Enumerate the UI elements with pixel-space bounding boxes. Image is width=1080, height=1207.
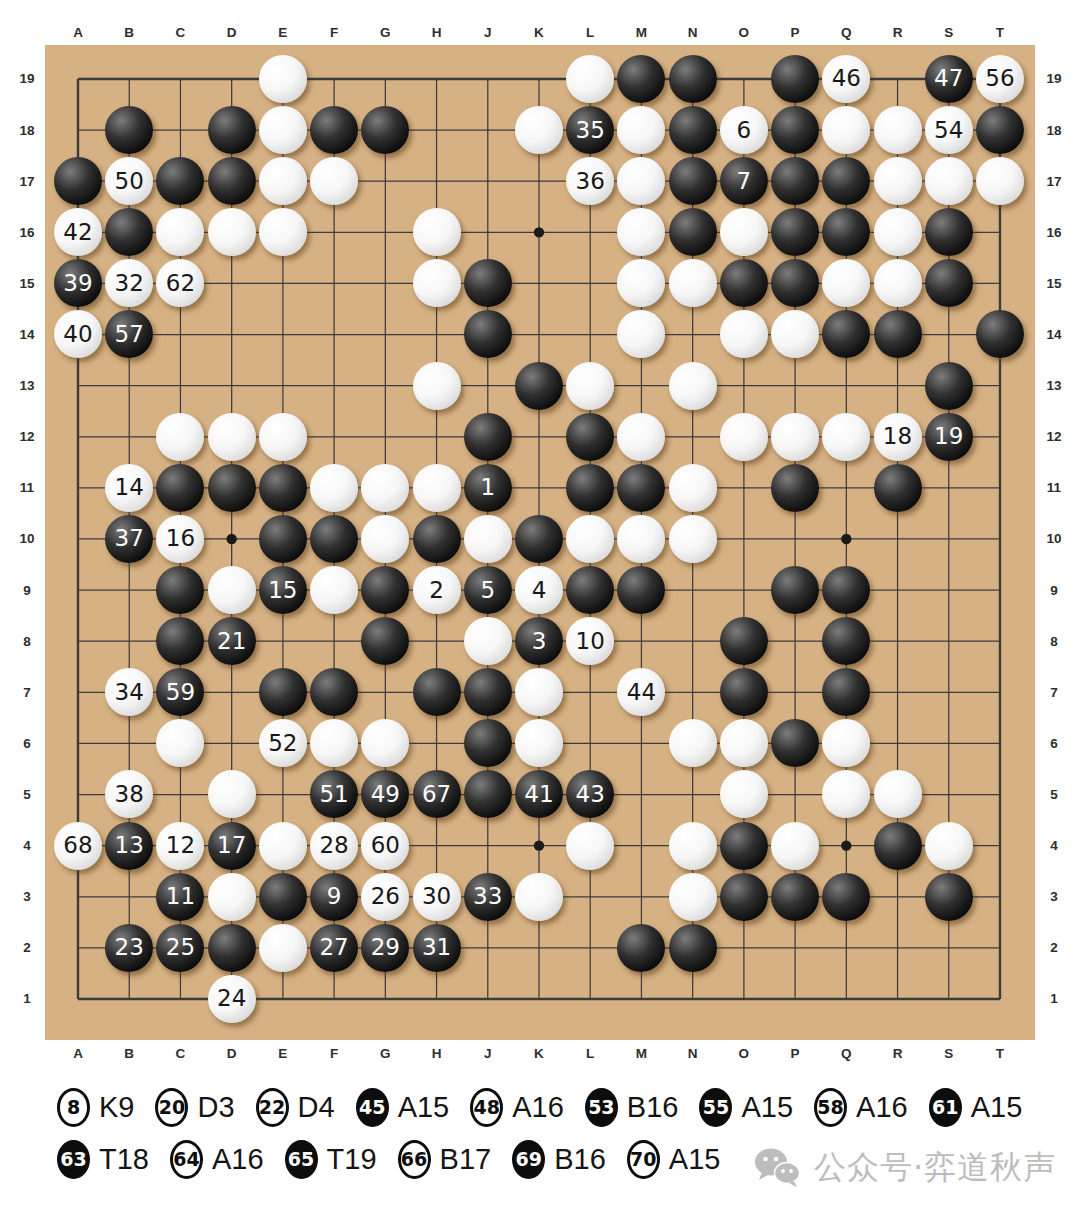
white-stone-Q18 xyxy=(822,106,870,154)
grid-cell-N3 xyxy=(667,871,718,922)
row-label: 5 xyxy=(13,769,41,820)
grid-cell-G4: 60 xyxy=(360,820,411,871)
column-label: P xyxy=(769,1043,820,1063)
white-stone-J8 xyxy=(464,617,512,665)
black-stone-P19 xyxy=(771,55,819,103)
column-label: O xyxy=(718,22,769,42)
column-label: A xyxy=(52,22,103,42)
column-label: K xyxy=(513,22,564,42)
white-stone-A16: 42 xyxy=(54,208,102,256)
caption-move-entry: 69B16 xyxy=(512,1140,606,1179)
grid-cell-H18 xyxy=(411,105,462,156)
move-number: 10 xyxy=(576,630,605,653)
black-stone-P18 xyxy=(771,106,819,154)
white-stone-K9: 4 xyxy=(515,566,563,614)
grid-cell-P10 xyxy=(769,513,820,564)
grid-cell-D8: 21 xyxy=(206,616,257,667)
caption-move-entry: 63T18 xyxy=(57,1140,149,1179)
black-stone-D11 xyxy=(208,464,256,512)
white-stone-N15 xyxy=(669,259,717,307)
grid-cell-M6 xyxy=(616,718,667,769)
black-stone-M11 xyxy=(617,464,665,512)
row-label: 4 xyxy=(1040,820,1068,871)
black-stone-L11 xyxy=(566,464,614,512)
white-stone-M14 xyxy=(617,310,665,358)
grid-cell-B18 xyxy=(104,105,155,156)
white-stone-O12 xyxy=(720,413,768,461)
row-label: 8 xyxy=(13,616,41,667)
white-stone-H11 xyxy=(413,464,461,512)
move-number: 34 xyxy=(115,681,144,704)
grid-cell-E16 xyxy=(257,207,308,258)
move-number: 28 xyxy=(319,834,348,857)
grid-cell-D1: 24 xyxy=(206,973,257,1024)
move-number: 15 xyxy=(268,579,297,602)
grid-cell-T8 xyxy=(974,616,1025,667)
black-stone-G2: 29 xyxy=(361,924,409,972)
white-stone-M10 xyxy=(617,515,665,563)
grid-cell-H5: 67 xyxy=(411,769,462,820)
column-label: F xyxy=(308,1043,359,1063)
grid-cell-Q11 xyxy=(821,462,872,513)
black-stone-D8: 21 xyxy=(208,617,256,665)
grid-cell-N5 xyxy=(667,769,718,820)
white-stone-R5 xyxy=(874,770,922,818)
grid-cell-Q8 xyxy=(821,616,872,667)
grid-cell-Q10 xyxy=(821,513,872,564)
caption-move-stone: 65 xyxy=(285,1140,318,1179)
move-number: 67 xyxy=(422,783,451,806)
grid-cell-B7: 34 xyxy=(104,667,155,718)
grid-cell-T1 xyxy=(974,973,1025,1024)
grid-cell-F1 xyxy=(308,973,359,1024)
grid-cell-S15 xyxy=(923,258,974,309)
black-stone-H10 xyxy=(413,515,461,563)
grid-cell-M17 xyxy=(616,156,667,207)
black-stone-D18 xyxy=(208,106,256,154)
grid-cell-N11 xyxy=(667,462,718,513)
black-stone-S3 xyxy=(925,873,973,921)
grid-cell-G16 xyxy=(360,207,411,258)
black-stone-C11 xyxy=(156,464,204,512)
move-number: 38 xyxy=(115,783,144,806)
white-stone-C10: 16 xyxy=(156,515,204,563)
grid-cell-N17 xyxy=(667,156,718,207)
grid-cell-B11: 14 xyxy=(104,462,155,513)
white-stone-C6 xyxy=(156,719,204,767)
white-stone-H3: 30 xyxy=(413,873,461,921)
move-number: 37 xyxy=(115,527,144,550)
move-number: 35 xyxy=(576,119,605,142)
grid-cell-E10 xyxy=(257,513,308,564)
row-label: 1 xyxy=(13,973,41,1024)
caption-move-entry: 22D4 xyxy=(256,1088,335,1127)
caption-move-stone: 58 xyxy=(814,1088,847,1127)
grid-cell-A14: 40 xyxy=(52,309,103,360)
black-stone-O3 xyxy=(720,873,768,921)
grid-cell-M16 xyxy=(616,207,667,258)
white-stone-K3 xyxy=(515,873,563,921)
white-stone-N6 xyxy=(669,719,717,767)
grid-cell-C12 xyxy=(155,411,206,462)
grid-cell-T2 xyxy=(974,922,1025,973)
grid-cell-R18 xyxy=(872,105,923,156)
move-number: 24 xyxy=(217,987,246,1010)
grid-cell-Q14 xyxy=(821,309,872,360)
black-stone-N19 xyxy=(669,55,717,103)
black-stone-D2 xyxy=(208,924,256,972)
white-stone-O5 xyxy=(720,770,768,818)
white-stone-Q19: 46 xyxy=(822,55,870,103)
grid-cell-A6 xyxy=(52,718,103,769)
white-stone-N4 xyxy=(669,822,717,870)
grid-cell-G1 xyxy=(360,973,411,1024)
move-number: 13 xyxy=(115,834,144,857)
grid-cell-M14 xyxy=(616,309,667,360)
grid-cell-E18 xyxy=(257,105,308,156)
grid-cell-G6 xyxy=(360,718,411,769)
row-label: 14 xyxy=(13,309,41,360)
grid-cell-E11 xyxy=(257,462,308,513)
grid-cell-P16 xyxy=(769,207,820,258)
grid-cell-L6 xyxy=(565,718,616,769)
white-stone-O18: 6 xyxy=(720,106,768,154)
grid-cell-K11 xyxy=(513,462,564,513)
black-stone-S15 xyxy=(925,259,973,307)
white-stone-F6 xyxy=(310,719,358,767)
grid-cell-T18 xyxy=(974,105,1025,156)
grid-cell-J6 xyxy=(462,718,513,769)
caption-move-entry: 48A16 xyxy=(470,1088,564,1127)
grid-cell-D16 xyxy=(206,207,257,258)
grid-cell-S13 xyxy=(923,360,974,411)
grid-cell-K5: 41 xyxy=(513,769,564,820)
black-stone-O4 xyxy=(720,822,768,870)
row-label: 18 xyxy=(1040,105,1068,156)
caption-move-stone: 70 xyxy=(627,1140,660,1179)
grid-cell-R3 xyxy=(872,871,923,922)
grid-cell-H8 xyxy=(411,616,462,667)
grid-cell-N9 xyxy=(667,564,718,615)
grid-cell-D15 xyxy=(206,258,257,309)
row-label: 6 xyxy=(1040,718,1068,769)
white-stone-E2 xyxy=(259,924,307,972)
grid-cell-K1 xyxy=(513,973,564,1024)
grid-cell-T6 xyxy=(974,718,1025,769)
white-stone-E17 xyxy=(259,157,307,205)
grid-cell-E12 xyxy=(257,411,308,462)
white-stone-C15: 62 xyxy=(156,259,204,307)
black-stone-D17 xyxy=(208,157,256,205)
white-stone-F11 xyxy=(310,464,358,512)
grid-cell-R8 xyxy=(872,616,923,667)
row-label: 17 xyxy=(1040,156,1068,207)
grid-cell-M13 xyxy=(616,360,667,411)
black-stone-N2 xyxy=(669,924,717,972)
white-stone-G10 xyxy=(361,515,409,563)
grid-cell-E6: 52 xyxy=(257,718,308,769)
grid-cell-L13 xyxy=(565,360,616,411)
grid-cell-M1 xyxy=(616,973,667,1024)
grid-cell-L2 xyxy=(565,922,616,973)
white-stone-P14 xyxy=(771,310,819,358)
white-stone-L4 xyxy=(566,822,614,870)
row-labels-left: 19181716151413121110987654321 xyxy=(13,53,41,1024)
grid-cell-S7 xyxy=(923,667,974,718)
white-stone-O6 xyxy=(720,719,768,767)
grid-cell-Q15 xyxy=(821,258,872,309)
white-stone-L8: 10 xyxy=(566,617,614,665)
move-number: 47 xyxy=(934,67,963,90)
grid-cell-F8 xyxy=(308,616,359,667)
grid-cell-M8 xyxy=(616,616,667,667)
go-board: 4647563565450367423932624057181914137161… xyxy=(45,45,1035,1040)
grid-cell-E7 xyxy=(257,667,308,718)
grid-cell-H19 xyxy=(411,53,462,104)
grid-cell-O5 xyxy=(718,769,769,820)
grid-cell-Q9 xyxy=(821,564,872,615)
black-stone-E10 xyxy=(259,515,307,563)
black-stone-F7 xyxy=(310,668,358,716)
black-stone-C7: 59 xyxy=(156,668,204,716)
white-stone-G3: 26 xyxy=(361,873,409,921)
grid-cell-O10 xyxy=(718,513,769,564)
column-label: N xyxy=(667,1043,718,1063)
grid-cell-C4: 12 xyxy=(155,820,206,871)
grid-cell-Q6 xyxy=(821,718,872,769)
grid-cell-Q17 xyxy=(821,156,872,207)
grid-cell-B12 xyxy=(104,411,155,462)
grid-cell-J16 xyxy=(462,207,513,258)
grid-cell-O6 xyxy=(718,718,769,769)
grid-cell-F9 xyxy=(308,564,359,615)
row-label: 13 xyxy=(1040,360,1068,411)
white-stone-L19 xyxy=(566,55,614,103)
grid-cell-A4: 68 xyxy=(52,820,103,871)
white-stone-R18 xyxy=(874,106,922,154)
row-label: 11 xyxy=(13,462,41,513)
white-stone-E4 xyxy=(259,822,307,870)
grid-cell-M19 xyxy=(616,53,667,104)
black-stone-C2: 25 xyxy=(156,924,204,972)
black-stone-B14: 57 xyxy=(105,310,153,358)
grid-cell-T19: 56 xyxy=(974,53,1025,104)
grid-cell-L10 xyxy=(565,513,616,564)
move-number: 51 xyxy=(319,783,348,806)
move-number: 33 xyxy=(473,885,502,908)
grid-cell-K8: 3 xyxy=(513,616,564,667)
black-stone-F5: 51 xyxy=(310,770,358,818)
white-stone-R16 xyxy=(874,208,922,256)
white-stone-P12 xyxy=(771,413,819,461)
grid-cell-H10 xyxy=(411,513,462,564)
grid-cell-D3 xyxy=(206,871,257,922)
grid-cell-M15 xyxy=(616,258,667,309)
move-number: 40 xyxy=(63,323,92,346)
grid-cell-K13 xyxy=(513,360,564,411)
move-number: 6 xyxy=(737,119,752,142)
grid-cell-A12 xyxy=(52,411,103,462)
grid-cell-N18 xyxy=(667,105,718,156)
white-stone-E18 xyxy=(259,106,307,154)
caption-move-stone: 20 xyxy=(155,1088,188,1127)
caption-move-stone: 64 xyxy=(170,1140,203,1179)
move-number: 44 xyxy=(627,681,656,704)
grid-cell-P2 xyxy=(769,922,820,973)
grid-cell-J11: 1 xyxy=(462,462,513,513)
move-number: 2 xyxy=(429,579,444,602)
grid-cell-F13 xyxy=(308,360,359,411)
grid-cell-Q18 xyxy=(821,105,872,156)
grid-cell-G13 xyxy=(360,360,411,411)
grid-cell-L16 xyxy=(565,207,616,258)
grid-cell-E13 xyxy=(257,360,308,411)
caption-move-entry: 8K9 xyxy=(57,1088,134,1127)
move-number: 11 xyxy=(166,885,195,908)
grid-cell-L7 xyxy=(565,667,616,718)
row-label: 11 xyxy=(1040,462,1068,513)
move-number: 19 xyxy=(934,425,963,448)
wechat-icon xyxy=(752,1147,802,1189)
grid-cell-O9 xyxy=(718,564,769,615)
grid-cell-E8 xyxy=(257,616,308,667)
black-stone-J6 xyxy=(464,719,512,767)
white-stone-B5: 38 xyxy=(105,770,153,818)
grid-cell-N1 xyxy=(667,973,718,1024)
grid-cell-T15 xyxy=(974,258,1025,309)
grid-cell-L12 xyxy=(565,411,616,462)
grid-cell-N14 xyxy=(667,309,718,360)
grid-cell-D7 xyxy=(206,667,257,718)
grid-cell-Q13 xyxy=(821,360,872,411)
grid-cell-F12 xyxy=(308,411,359,462)
white-stone-N10 xyxy=(669,515,717,563)
caption-move-coord: B16 xyxy=(554,1143,606,1176)
grid-cell-P17 xyxy=(769,156,820,207)
grid-cell-B3 xyxy=(104,871,155,922)
grid-cell-R11 xyxy=(872,462,923,513)
white-stone-B17: 50 xyxy=(105,157,153,205)
caption-move-coord: A15 xyxy=(398,1091,450,1124)
row-label: 12 xyxy=(13,411,41,462)
grid-cell-S14 xyxy=(923,309,974,360)
grid-cell-J13 xyxy=(462,360,513,411)
white-stone-K6 xyxy=(515,719,563,767)
caption-move-coord: A16 xyxy=(856,1091,908,1124)
grid-cell-A1 xyxy=(52,973,103,1024)
grid-cell-O17: 7 xyxy=(718,156,769,207)
white-stone-H13 xyxy=(413,362,461,410)
black-stone-F2: 27 xyxy=(310,924,358,972)
row-label: 12 xyxy=(1040,411,1068,462)
grid-cell-R13 xyxy=(872,360,923,411)
grid-cell-R19 xyxy=(872,53,923,104)
grid-cell-R2 xyxy=(872,922,923,973)
grid-cell-C3: 11 xyxy=(155,871,206,922)
black-stone-F3: 9 xyxy=(310,873,358,921)
black-stone-S12: 19 xyxy=(925,413,973,461)
grid-cell-C18 xyxy=(155,105,206,156)
caption-move-coord: B16 xyxy=(627,1091,679,1124)
grid-cell-C17 xyxy=(155,156,206,207)
column-label: M xyxy=(616,1043,667,1063)
move-number: 1 xyxy=(480,476,495,499)
caption-move-stone: 53 xyxy=(585,1088,618,1127)
grid-cell-H15 xyxy=(411,258,462,309)
white-stone-F17 xyxy=(310,157,358,205)
grid-cell-H4 xyxy=(411,820,462,871)
move-number: 36 xyxy=(576,170,605,193)
move-number: 30 xyxy=(422,885,451,908)
black-stone-S13 xyxy=(925,362,973,410)
grid-cell-T17 xyxy=(974,156,1025,207)
grid-cell-G18 xyxy=(360,105,411,156)
grid-cell-K9: 4 xyxy=(513,564,564,615)
black-stone-O17: 7 xyxy=(720,157,768,205)
caption-move-coord: D4 xyxy=(298,1091,335,1124)
move-number: 68 xyxy=(63,834,92,857)
column-label: R xyxy=(872,22,923,42)
move-number: 12 xyxy=(166,834,195,857)
grid-cell-Q5 xyxy=(821,769,872,820)
black-stone-H5: 67 xyxy=(413,770,461,818)
grid-cell-K12 xyxy=(513,411,564,462)
white-stone-A4: 68 xyxy=(54,822,102,870)
white-stone-L13 xyxy=(566,362,614,410)
grid-cell-Q19: 46 xyxy=(821,53,872,104)
grid-cell-C11 xyxy=(155,462,206,513)
column-label: L xyxy=(565,22,616,42)
column-label: J xyxy=(462,22,513,42)
grid-cell-G2: 29 xyxy=(360,922,411,973)
grid-cell-D17 xyxy=(206,156,257,207)
grid-cell-G17 xyxy=(360,156,411,207)
column-label: J xyxy=(462,1043,513,1063)
grid-cell-O19 xyxy=(718,53,769,104)
grid-cell-O11 xyxy=(718,462,769,513)
black-stone-G5: 49 xyxy=(361,770,409,818)
column-label: M xyxy=(616,22,667,42)
grid-cell-A19 xyxy=(52,53,103,104)
column-label: D xyxy=(206,22,257,42)
black-stone-B16 xyxy=(105,208,153,256)
black-stone-P6 xyxy=(771,719,819,767)
grid-cell-J7 xyxy=(462,667,513,718)
white-stone-H16 xyxy=(413,208,461,256)
caption-move-coord: K9 xyxy=(99,1091,134,1124)
grid-cell-J14 xyxy=(462,309,513,360)
grid-cell-G10 xyxy=(360,513,411,564)
grid-cell-P15 xyxy=(769,258,820,309)
black-stone-K10 xyxy=(515,515,563,563)
row-label: 19 xyxy=(1040,53,1068,104)
grid-cell-P6 xyxy=(769,718,820,769)
white-stone-D1: 24 xyxy=(208,975,256,1023)
caption-move-stone: 69 xyxy=(512,1140,545,1179)
row-label: 6 xyxy=(13,718,41,769)
black-stone-C3: 11 xyxy=(156,873,204,921)
row-labels-right: 19181716151413121110987654321 xyxy=(1040,53,1068,1024)
white-stone-D3 xyxy=(208,873,256,921)
move-number: 46 xyxy=(832,67,861,90)
grid-cell-K19 xyxy=(513,53,564,104)
column-label: C xyxy=(155,22,206,42)
grid-cell-H2: 31 xyxy=(411,922,462,973)
grid-cell-O12 xyxy=(718,411,769,462)
black-stone-J15 xyxy=(464,259,512,307)
grid-cell-O3 xyxy=(718,871,769,922)
row-label: 7 xyxy=(1040,667,1068,718)
